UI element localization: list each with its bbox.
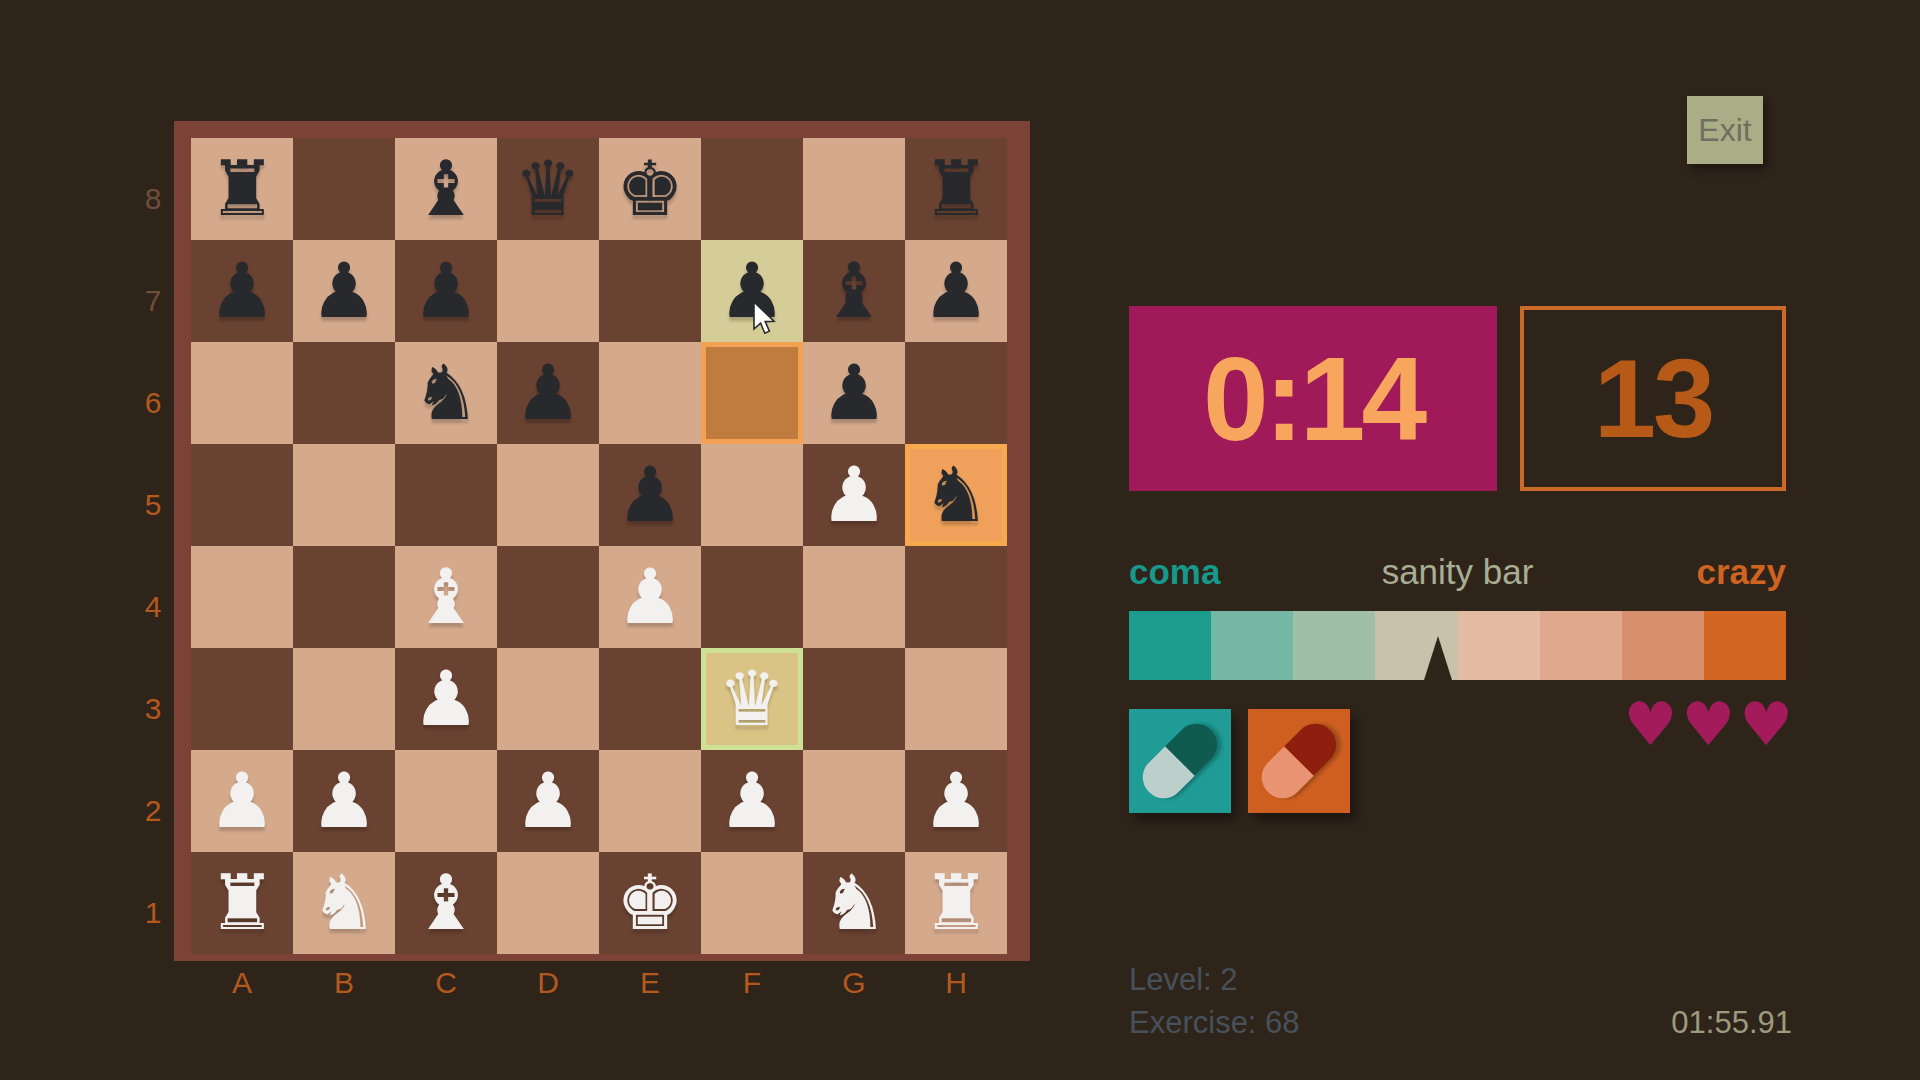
square-h8[interactable]: ♜ xyxy=(905,138,1007,240)
sanity-label-title: sanity bar xyxy=(1129,552,1786,592)
total-time: 01:55.91 xyxy=(1671,1005,1792,1041)
black-bishop-c8: ♝ xyxy=(412,151,480,227)
square-g7[interactable]: ♝ xyxy=(803,240,905,342)
file-label-b: B xyxy=(293,966,395,1000)
rank-labels: 87654321 xyxy=(130,138,176,954)
sanity-segment-8 xyxy=(1704,611,1786,680)
square-a4[interactable] xyxy=(191,546,293,648)
square-f5[interactable] xyxy=(701,444,803,546)
white-rook-h1: ♜ xyxy=(922,865,990,941)
square-b8[interactable] xyxy=(293,138,395,240)
square-a3[interactable] xyxy=(191,648,293,750)
square-g3[interactable] xyxy=(803,648,905,750)
sanity-segment-3 xyxy=(1293,611,1375,680)
square-c1[interactable]: ♝ xyxy=(395,852,497,954)
file-label-e: E xyxy=(599,966,701,1000)
square-h3[interactable] xyxy=(905,648,1007,750)
black-pawn-g6: ♟ xyxy=(820,355,888,431)
square-c2[interactable] xyxy=(395,750,497,852)
black-rook-h8: ♜ xyxy=(922,151,990,227)
square-b5[interactable] xyxy=(293,444,395,546)
rank-label-8: 8 xyxy=(130,182,176,216)
white-knight-b1: ♞ xyxy=(310,865,378,941)
white-bishop-c1: ♝ xyxy=(412,865,480,941)
square-f4[interactable] xyxy=(701,546,803,648)
square-h5[interactable]: ♞ xyxy=(905,444,1007,546)
file-label-a: A xyxy=(191,966,293,1000)
sanity-bar-labels: coma sanity bar crazy xyxy=(1129,552,1786,596)
rank-label-5: 5 xyxy=(130,488,176,522)
square-f1[interactable] xyxy=(701,852,803,954)
heart-icon: ♥ xyxy=(1624,694,1678,754)
square-c6[interactable]: ♞ xyxy=(395,342,497,444)
teal-pill-button-pill-icon xyxy=(1134,715,1226,807)
black-knight-h5: ♞ xyxy=(922,457,990,533)
square-e1[interactable]: ♚ xyxy=(599,852,701,954)
white-pawn-h2: ♟ xyxy=(922,763,990,839)
rank-label-6: 6 xyxy=(130,386,176,420)
square-h7[interactable]: ♟ xyxy=(905,240,1007,342)
black-pawn-c7: ♟ xyxy=(412,253,480,329)
sanity-segment-1 xyxy=(1129,611,1211,680)
square-g8[interactable] xyxy=(803,138,905,240)
white-pawn-d2: ♟ xyxy=(514,763,582,839)
square-d3[interactable] xyxy=(497,648,599,750)
file-labels: ABCDEFGH xyxy=(191,966,1007,1006)
black-queen-d8: ♛ xyxy=(514,151,582,227)
square-f8[interactable] xyxy=(701,138,803,240)
sanity-label-crazy: crazy xyxy=(1696,552,1786,592)
square-a7[interactable]: ♟ xyxy=(191,240,293,342)
exercise-text: Exercise: 68 xyxy=(1129,1005,1300,1041)
square-d8[interactable]: ♛ xyxy=(497,138,599,240)
square-e3[interactable] xyxy=(599,648,701,750)
file-label-h: H xyxy=(905,966,1007,1000)
lives-hearts: ♥♥♥ xyxy=(1627,694,1793,754)
square-c3[interactable]: ♟ xyxy=(395,648,497,750)
square-g5[interactable]: ♟ xyxy=(803,444,905,546)
square-e6[interactable] xyxy=(599,342,701,444)
square-b7[interactable]: ♟ xyxy=(293,240,395,342)
square-e4[interactable]: ♟ xyxy=(599,546,701,648)
sanity-bar xyxy=(1129,611,1786,680)
white-knight-g1: ♞ xyxy=(820,865,888,941)
move-timer-value: 0:14 xyxy=(1203,331,1423,467)
heart-icon: ♥ xyxy=(1739,694,1793,754)
mouse-cursor xyxy=(752,302,780,336)
white-pawn-g5: ♟ xyxy=(820,457,888,533)
square-e8[interactable]: ♚ xyxy=(599,138,701,240)
black-king-e8: ♚ xyxy=(616,151,684,227)
black-rook-a8: ♜ xyxy=(208,151,276,227)
square-d6[interactable]: ♟ xyxy=(497,342,599,444)
square-c7[interactable]: ♟ xyxy=(395,240,497,342)
file-label-g: G xyxy=(803,966,905,1000)
black-pawn-a7: ♟ xyxy=(208,253,276,329)
square-f6[interactable] xyxy=(701,342,803,444)
file-label-c: C xyxy=(395,966,497,1000)
square-h4[interactable] xyxy=(905,546,1007,648)
heart-icon: ♥ xyxy=(1681,694,1735,754)
square-e7[interactable] xyxy=(599,240,701,342)
sanity-segment-2 xyxy=(1211,611,1293,680)
square-g6[interactable]: ♟ xyxy=(803,342,905,444)
square-f3[interactable]: ♛ xyxy=(701,648,803,750)
square-d2[interactable]: ♟ xyxy=(497,750,599,852)
rank-label-2: 2 xyxy=(130,794,176,828)
move-timer: 0:14 xyxy=(1129,306,1497,491)
file-label-d: D xyxy=(497,966,599,1000)
square-c4[interactable]: ♝ xyxy=(395,546,497,648)
black-knight-c6: ♞ xyxy=(412,355,480,431)
white-pawn-f2: ♟ xyxy=(718,763,786,839)
white-pawn-c3: ♟ xyxy=(412,661,480,737)
square-b1[interactable]: ♞ xyxy=(293,852,395,954)
square-d5[interactable] xyxy=(497,444,599,546)
square-d4[interactable] xyxy=(497,546,599,648)
white-pawn-e4: ♟ xyxy=(616,559,684,635)
exit-button[interactable]: Exit xyxy=(1687,96,1763,164)
orange-pill-button-pill-icon xyxy=(1253,715,1345,807)
square-e5[interactable]: ♟ xyxy=(599,444,701,546)
square-d7[interactable] xyxy=(497,240,599,342)
exit-button-label: Exit xyxy=(1698,112,1751,149)
white-king-e1: ♚ xyxy=(616,865,684,941)
exercise-counter: 13 xyxy=(1520,306,1786,491)
black-pawn-e5: ♟ xyxy=(616,457,684,533)
square-a6[interactable] xyxy=(191,342,293,444)
white-rook-a1: ♜ xyxy=(208,865,276,941)
level-text: Level: 2 xyxy=(1129,962,1238,998)
square-f2[interactable]: ♟ xyxy=(701,750,803,852)
white-pawn-b2: ♟ xyxy=(310,763,378,839)
black-pawn-b7: ♟ xyxy=(310,253,378,329)
sanity-segment-6 xyxy=(1540,611,1622,680)
exercise-counter-value: 13 xyxy=(1594,334,1713,463)
rank-label-1: 1 xyxy=(130,896,176,930)
white-pawn-a2: ♟ xyxy=(208,763,276,839)
sanity-pointer xyxy=(1424,636,1452,680)
square-e2[interactable] xyxy=(599,750,701,852)
white-bishop-c4: ♝ xyxy=(412,559,480,635)
square-g4[interactable] xyxy=(803,546,905,648)
square-a5[interactable] xyxy=(191,444,293,546)
rank-label-3: 3 xyxy=(130,692,176,726)
square-b3[interactable] xyxy=(293,648,395,750)
square-b2[interactable]: ♟ xyxy=(293,750,395,852)
black-pawn-h7: ♟ xyxy=(922,253,990,329)
square-b4[interactable] xyxy=(293,546,395,648)
pill-buttons xyxy=(1129,709,1350,813)
file-label-f: F xyxy=(701,966,803,1000)
square-g2[interactable] xyxy=(803,750,905,852)
square-b6[interactable] xyxy=(293,342,395,444)
square-a2[interactable]: ♟ xyxy=(191,750,293,852)
rank-label-4: 4 xyxy=(130,590,176,624)
square-c8[interactable]: ♝ xyxy=(395,138,497,240)
square-a8[interactable]: ♜ xyxy=(191,138,293,240)
square-h1[interactable]: ♜ xyxy=(905,852,1007,954)
square-g1[interactable]: ♞ xyxy=(803,852,905,954)
sanity-segment-7 xyxy=(1622,611,1704,680)
white-queen-f3: ♛ xyxy=(718,661,786,737)
sanity-segment-5 xyxy=(1458,611,1540,680)
rank-label-7: 7 xyxy=(130,284,176,318)
chess-board: ♜♝♛♚♜♟♟♟♟♝♟♞♟♟♟♟♞♝♟♟♛♟♟♟♟♟♜♞♝♚♞♜ xyxy=(191,138,1007,954)
square-c5[interactable] xyxy=(395,444,497,546)
square-h2[interactable]: ♟ xyxy=(905,750,1007,852)
black-bishop-g7: ♝ xyxy=(820,253,888,329)
square-d1[interactable] xyxy=(497,852,599,954)
teal-pill-button[interactable] xyxy=(1129,709,1231,813)
black-pawn-d6: ♟ xyxy=(514,355,582,431)
square-h6[interactable] xyxy=(905,342,1007,444)
orange-pill-button[interactable] xyxy=(1248,709,1350,813)
board-frame: ♜♝♛♚♜♟♟♟♟♝♟♞♟♟♟♟♞♝♟♟♛♟♟♟♟♟♜♞♝♚♞♜ xyxy=(174,121,1030,961)
chess-trainer-screen: 87654321 ♜♝♛♚♜♟♟♟♟♝♟♞♟♟♟♟♞♝♟♟♛♟♟♟♟♟♜♞♝♚♞… xyxy=(0,0,1920,1080)
square-a1[interactable]: ♜ xyxy=(191,852,293,954)
